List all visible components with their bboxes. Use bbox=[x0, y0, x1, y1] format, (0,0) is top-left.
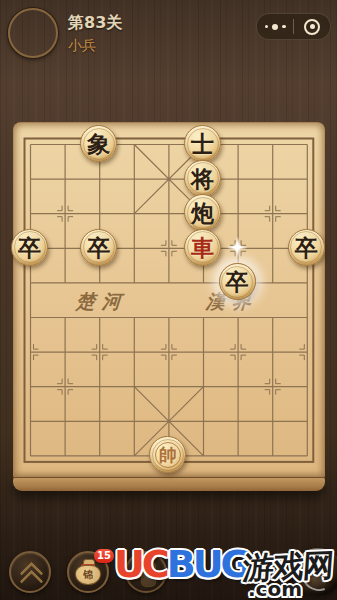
river-label-left: 楚河 bbox=[75, 289, 129, 315]
watermark-globe-icon bbox=[294, 548, 337, 596]
app-screen: 第83关 小兵 楚河 漢界 象士将炮卒卒車卒卒帥 锦 15 UCBUG 游戏网 … bbox=[0, 0, 337, 600]
piece-black-卒[interactable]: 卒 bbox=[80, 229, 117, 266]
wechat-capsule bbox=[256, 13, 331, 40]
board-grid bbox=[14, 123, 326, 479]
money-bag-icon: 锦 bbox=[75, 559, 101, 585]
piece-black-卒[interactable]: 卒 bbox=[11, 229, 48, 266]
piece-black-炮[interactable]: 炮 bbox=[184, 194, 221, 231]
exit-target-icon[interactable] bbox=[294, 19, 330, 35]
watermark-domain: .com bbox=[248, 577, 302, 600]
collapse-button[interactable] bbox=[9, 551, 51, 593]
hint-count-badge: 15 bbox=[94, 549, 114, 563]
more-options-icon[interactable] bbox=[257, 24, 293, 30]
watermark-site: 游戏网 bbox=[241, 544, 334, 589]
prop-bottle-icon bbox=[141, 562, 156, 587]
prop-button[interactable] bbox=[125, 551, 167, 593]
move-marker-sparkle bbox=[226, 236, 248, 258]
piece-black-卒[interactable]: 卒 bbox=[219, 263, 256, 300]
player-avatar[interactable] bbox=[8, 8, 58, 58]
piece-black-将[interactable]: 将 bbox=[184, 160, 221, 197]
piece-black-象[interactable]: 象 bbox=[80, 125, 117, 162]
xiangqi-board[interactable]: 楚河 漢界 bbox=[13, 122, 325, 478]
hint-bag-button[interactable]: 锦 15 bbox=[67, 551, 109, 593]
level-title: 第83关 bbox=[68, 13, 122, 34]
piece-red-車[interactable]: 車 bbox=[184, 229, 221, 266]
watermark-bug: BUG bbox=[167, 542, 249, 586]
board-edge bbox=[13, 477, 325, 491]
player-rank-label: 小兵 bbox=[68, 37, 96, 55]
piece-black-卒[interactable]: 卒 bbox=[288, 229, 325, 266]
piece-black-士[interactable]: 士 bbox=[184, 125, 221, 162]
